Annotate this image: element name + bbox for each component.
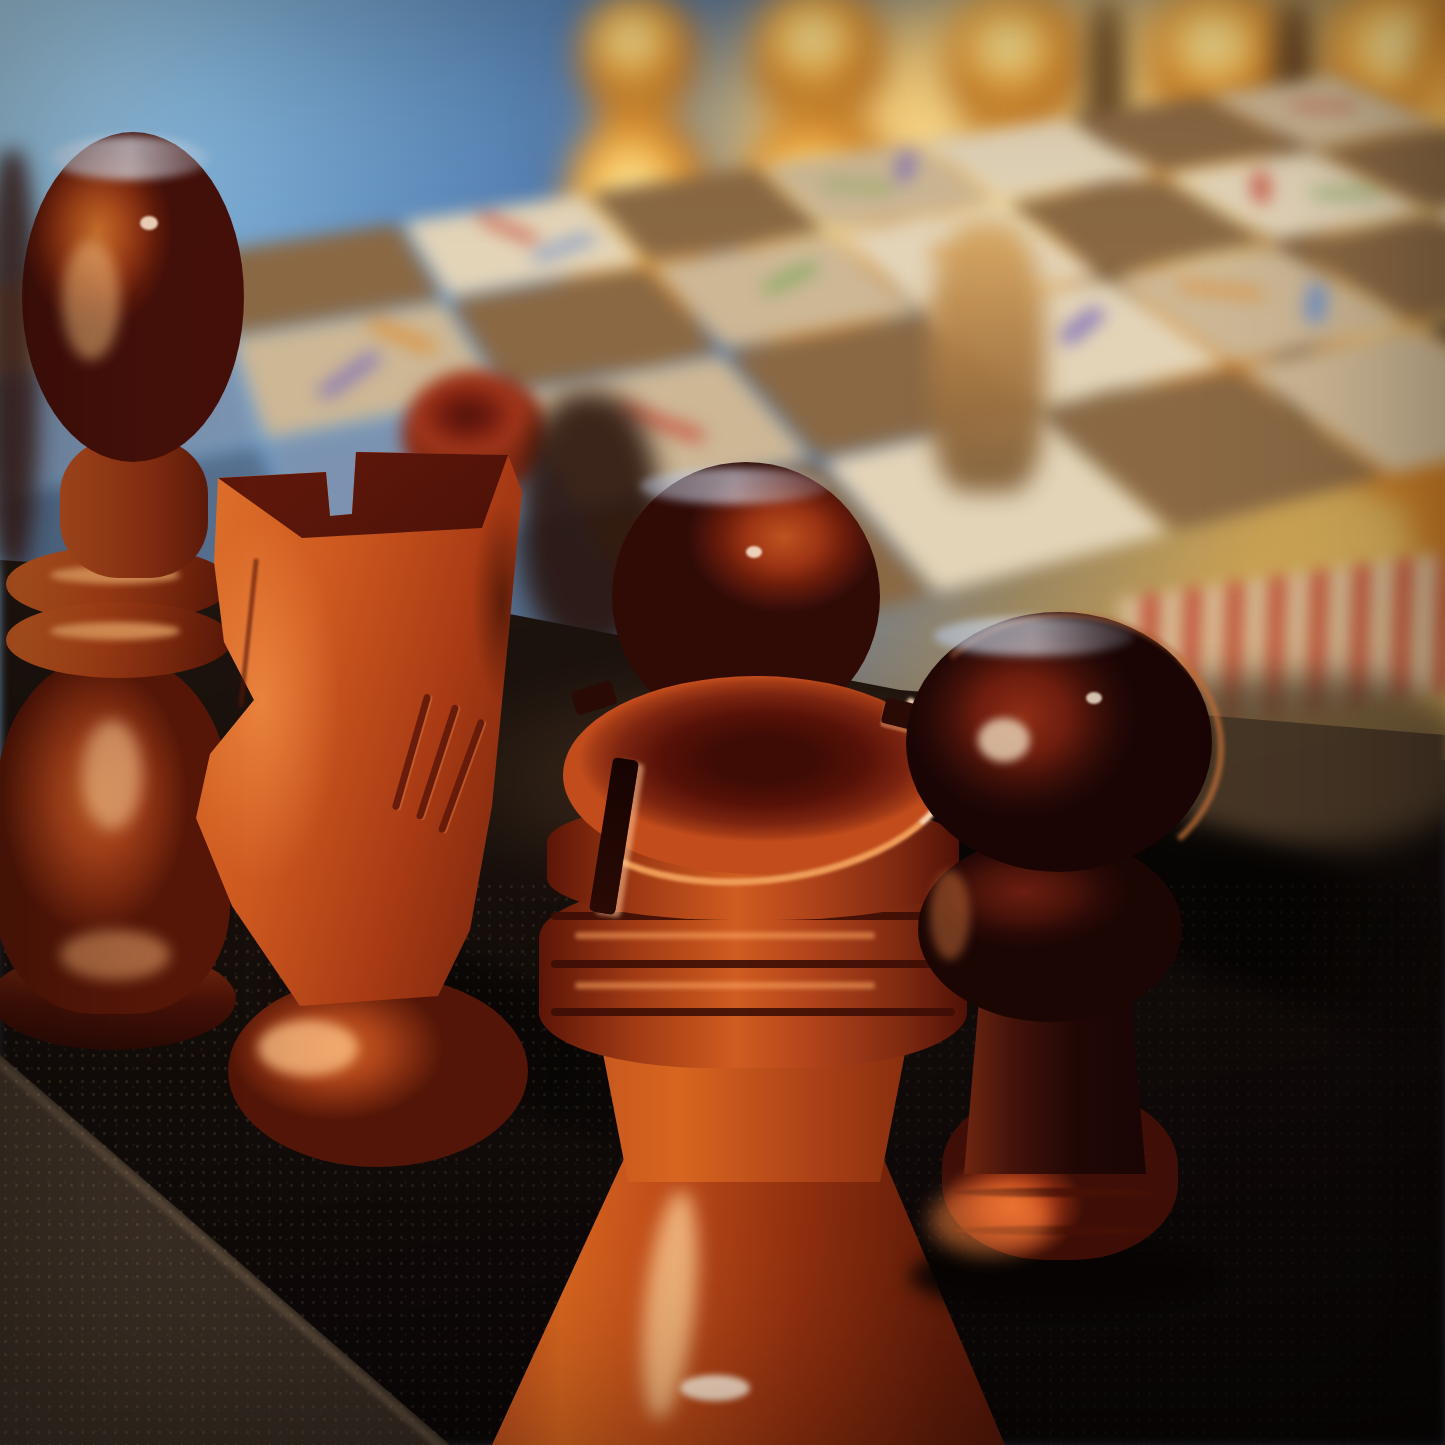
specular-blotch	[978, 718, 1030, 762]
confetti-mark	[1175, 281, 1266, 299]
specular-dot	[746, 546, 762, 558]
ridge-highlight	[575, 932, 875, 939]
confetti-mark	[363, 317, 439, 354]
confetti-mark	[1252, 171, 1268, 204]
confetti-mark	[1288, 103, 1359, 109]
red-pawn-right	[890, 600, 1230, 1320]
ridge-highlight	[575, 982, 875, 989]
confetti-mark	[1054, 306, 1107, 345]
confetti-mark	[1307, 189, 1385, 197]
confetti-mark	[894, 151, 914, 183]
window-reflection	[62, 240, 120, 360]
collar-highlight	[930, 870, 970, 960]
confetti-mark	[821, 180, 895, 191]
specular-dot	[1086, 692, 1102, 704]
confetti-mark	[758, 262, 821, 294]
specular-sheen	[50, 136, 210, 180]
body-reflection	[82, 720, 142, 830]
specular-dot	[140, 216, 158, 230]
base-reflection	[258, 1020, 358, 1076]
specular-sheen	[934, 616, 1134, 656]
out-of-focus-light-piece	[930, 222, 1045, 492]
bell-glint	[680, 1375, 750, 1401]
photo-chess-scene	[0, 0, 1445, 1445]
base-glow	[930, 1185, 1050, 1255]
confetti-mark	[474, 213, 540, 244]
confetti-mark	[314, 352, 384, 400]
piece-head	[22, 132, 244, 462]
confetti-mark	[1304, 282, 1326, 324]
specular-sheen	[640, 468, 830, 504]
